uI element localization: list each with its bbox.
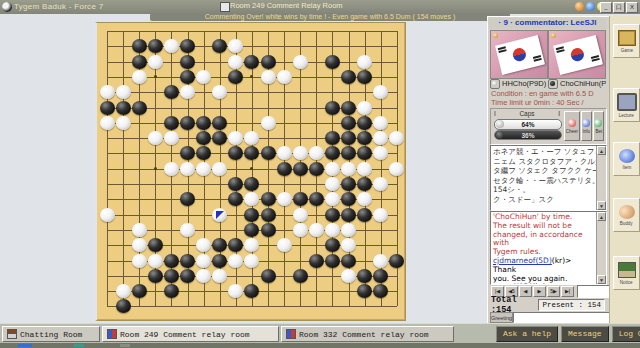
- info-icon: [582, 119, 590, 127]
- white-stone: [132, 223, 147, 237]
- tab-chatting-room[interactable]: Chatting Room: [2, 326, 100, 342]
- white-stone: [116, 116, 131, 130]
- white-stone: [357, 162, 372, 176]
- black-stone: [148, 39, 163, 53]
- pin-icon: [551, 33, 556, 38]
- taskbar-sliver: [0, 343, 640, 348]
- player-names-row: HHCho(P9D) ChoChiHun(P9D: [490, 78, 606, 89]
- star-point: [250, 167, 253, 170]
- white-stone: [196, 238, 211, 252]
- black-stone: [261, 55, 276, 69]
- star-point: [154, 75, 157, 78]
- commentator-header: · 9 · commentator: LeeSJl: [489, 18, 606, 29]
- grid-line: [107, 31, 397, 32]
- black-stone: [261, 269, 276, 283]
- black-stone: [325, 131, 340, 145]
- black-stone-icon: [548, 79, 558, 89]
- white-stone: [244, 254, 259, 268]
- white-vote-slider[interactable]: 64%: [494, 119, 562, 130]
- white-player-flag: [490, 30, 548, 79]
- black-stone: [293, 162, 308, 176]
- scroll-up-icon[interactable]: ▲: [597, 146, 606, 155]
- white-player-label: HHCho(P9D): [502, 79, 546, 88]
- grid-line: [107, 306, 397, 307]
- white-stone: [293, 223, 308, 237]
- board-icon: [286, 329, 296, 339]
- white-stone: [373, 208, 388, 222]
- black-stone: [212, 238, 227, 252]
- black-stone: [357, 146, 372, 160]
- black-player-name: ChoChiHun(P9D: [548, 78, 606, 89]
- nav-forward-button[interactable]: ▶: [533, 286, 546, 297]
- white-stone: [277, 192, 292, 206]
- white-stone: [325, 192, 340, 206]
- black-stone: [309, 192, 324, 206]
- sphere-icon[interactable]: [586, 2, 595, 11]
- white-stone: [277, 70, 292, 84]
- black-stone: [341, 101, 356, 115]
- white-stone: [228, 254, 243, 268]
- vote-buttons: CheerInfoBet: [564, 111, 604, 141]
- chat-line: changed, in accordance with: [493, 231, 596, 249]
- black-stone: [244, 55, 259, 69]
- black-stone: [244, 284, 259, 298]
- white-stone: [325, 223, 340, 237]
- black-stone: [180, 146, 195, 160]
- black-stone: [196, 116, 211, 130]
- black-stone: [373, 284, 388, 298]
- game-board-icon: [618, 30, 636, 46]
- scroll-down-icon[interactable]: ▼: [597, 201, 606, 210]
- black-player-flag: [548, 30, 606, 79]
- game-status-line: Commenting Over! white wins by time ! - …: [150, 13, 510, 20]
- black-stone: [244, 146, 259, 160]
- buddy-button[interactable]: Buddy: [613, 198, 640, 232]
- black-stone: [116, 299, 131, 313]
- black-stone: [180, 39, 195, 53]
- black-stone: [277, 162, 292, 176]
- white-stone: [389, 162, 404, 176]
- app-title: Tygem Baduk - Force 7: [14, 2, 103, 11]
- tab-label: Room 249 Comment relay room: [120, 330, 250, 339]
- black-stone: [180, 254, 195, 268]
- white-stone: [373, 116, 388, 130]
- black-stone: [196, 131, 211, 145]
- black-stone: [180, 55, 195, 69]
- bet-button[interactable]: Bet: [593, 111, 604, 141]
- white-stone: [100, 208, 115, 222]
- tab-label: Chatting Room: [20, 330, 82, 339]
- black-stone: [212, 131, 227, 145]
- taskbar-fragment: [120, 344, 130, 347]
- go-board[interactable]: [95, 22, 406, 321]
- white-stone: [212, 162, 227, 176]
- white-stone: [341, 238, 356, 252]
- grid-line: [107, 92, 397, 93]
- black-stone: [373, 269, 388, 283]
- black-stone: [148, 238, 163, 252]
- black-stone: [293, 269, 308, 283]
- restore-button[interactable]: 口: [613, 2, 625, 13]
- black-stone: [325, 254, 340, 268]
- bet-icon: [594, 119, 602, 127]
- black-stone: [357, 269, 372, 283]
- white-stone: [164, 39, 179, 53]
- korea-flag-icon: [553, 35, 603, 75]
- status-strip: Commenting Over! white wins by time ! - …: [150, 13, 510, 21]
- white-stone: [309, 223, 324, 237]
- commentary-line: タ繼フ ソタェク タフクク ケーキュー。ーレスタェマュカ.: [493, 166, 596, 176]
- white-player-name: HHCho(P9D): [490, 78, 548, 89]
- board-icon: [107, 329, 117, 339]
- cheer-icon: [568, 119, 576, 127]
- white-stone: [132, 70, 147, 84]
- black-stone: [132, 39, 147, 53]
- black-stone: [325, 101, 340, 115]
- room-title: Room 249 Comment Relay Room: [230, 1, 343, 10]
- nav-fwd5-button[interactable]: 5▶: [547, 286, 560, 297]
- white-stone: [293, 146, 308, 160]
- ask-a-help-button[interactable]: Ask a help: [496, 326, 558, 342]
- black-stone: [228, 177, 243, 191]
- tab-label: Room 332 Comment relay room: [299, 330, 429, 339]
- white-stone: [164, 162, 179, 176]
- star-point: [250, 75, 253, 78]
- black-stone: [100, 101, 115, 115]
- slider-knob[interactable]: [496, 131, 504, 139]
- black-stone: [341, 131, 356, 145]
- star-point: [154, 167, 157, 170]
- black-stone: [261, 192, 276, 206]
- white-stone: [357, 101, 372, 115]
- white-stone: [389, 131, 404, 145]
- black-stone: [228, 146, 243, 160]
- taskbar-fragment: [74, 344, 84, 347]
- black-player-label: ChoChiHun(P9D: [560, 79, 606, 88]
- side-toolbar: GameLectureItemBuddyNotice: [609, 16, 640, 323]
- commentary-line: ホネア競・エ・ーフ ソタュフェホ ウ.タフ セ・: [493, 147, 596, 157]
- close-button[interactable]: X: [626, 2, 638, 13]
- info-button[interactable]: Info: [581, 111, 592, 141]
- black-stone: [325, 208, 340, 222]
- white-stone: [261, 116, 276, 130]
- black-stone: [164, 116, 179, 130]
- white-stone: [373, 85, 388, 99]
- white-stone: [148, 55, 163, 69]
- tab-room-249[interactable]: Room 249 Comment relay room: [102, 326, 279, 342]
- commentary-text: ホネア競・エ・ーフ ソタュフェホ ウ.タフ セ・ニェム スタクロタフア・クルカ・…: [493, 147, 596, 204]
- white-stone: [277, 146, 292, 160]
- house-icon: [7, 329, 17, 339]
- black-stone: [341, 192, 356, 206]
- white-stone: [341, 269, 356, 283]
- black-stone: [341, 177, 356, 191]
- log-out-button[interactable]: Log Out: [612, 326, 640, 342]
- white-stone: [180, 223, 195, 237]
- black-stone: [196, 146, 211, 160]
- black-stone: [341, 116, 356, 130]
- white-stone: [309, 146, 324, 160]
- black-stone: [164, 254, 179, 268]
- white-stone: [373, 146, 388, 160]
- white-stone: [293, 55, 308, 69]
- white-stone: [116, 85, 131, 99]
- white-stone: [228, 39, 243, 53]
- white-stone: [132, 238, 147, 252]
- black-stone: [180, 192, 195, 206]
- caps-label: Caps: [519, 110, 534, 118]
- white-stone: [116, 284, 131, 298]
- chat-line: cjdmarneof(5D)(kr)> Thank: [493, 257, 596, 275]
- window-controls: _口X: [600, 2, 638, 13]
- white-stone: [341, 162, 356, 176]
- commentary-line: ク・スドー」スク: [493, 195, 596, 205]
- white-stone: [228, 55, 243, 69]
- slider-knob[interactable]: [496, 120, 504, 128]
- tick-left: I: [494, 110, 496, 118]
- notice-house-icon: [618, 262, 636, 278]
- black-stone: [148, 269, 163, 283]
- white-stone: [357, 55, 372, 69]
- black-stone: [293, 192, 308, 206]
- commentary-line: 154シ・。: [493, 185, 596, 195]
- black-stone: [309, 162, 324, 176]
- black-stone: [132, 101, 147, 115]
- black-stone: [325, 146, 340, 160]
- white-stone: [228, 284, 243, 298]
- scroll-up-icon[interactable]: ▲: [597, 212, 606, 221]
- white-stone: [357, 192, 372, 206]
- white-stone: [196, 254, 211, 268]
- black-stone: [341, 146, 356, 160]
- black-stone: [212, 254, 227, 268]
- black-stone: [325, 55, 340, 69]
- white-stone: [293, 208, 308, 222]
- user-link[interactable]: cjdmarneof(5D): [493, 256, 552, 265]
- white-stone: [261, 70, 276, 84]
- totals-row: Total :154 Present : 154: [491, 299, 605, 311]
- white-stone: [180, 162, 195, 176]
- white-stone: [196, 70, 211, 84]
- caps-row: I Caps I: [494, 110, 560, 118]
- black-stone: [132, 284, 147, 298]
- session-buttons: Ask a helpMessageLog Out: [496, 326, 640, 340]
- white-stone: [132, 254, 147, 268]
- black-stone: [357, 177, 372, 191]
- chat-listbox[interactable]: 'ChoChiHun' by time.The result will not …: [490, 211, 607, 285]
- black-stone: [261, 223, 276, 237]
- white-stone: [180, 85, 195, 99]
- black-stone: [164, 85, 179, 99]
- white-stone: [244, 131, 259, 145]
- white-stone: [148, 131, 163, 145]
- black-stone: [309, 254, 324, 268]
- black-stone: [228, 238, 243, 252]
- white-stone: [148, 254, 163, 268]
- taskbar-fragment: [18, 344, 32, 347]
- black-stone: [164, 269, 179, 283]
- white-stone: [373, 254, 388, 268]
- black-stone: [261, 146, 276, 160]
- tab-room-332[interactable]: Room 332 Comment relay room: [281, 326, 454, 342]
- message-button[interactable]: Message: [561, 326, 609, 342]
- buddy-icon: [619, 205, 635, 219]
- black-stone: [132, 55, 147, 69]
- black-stone: [357, 116, 372, 130]
- condition-text: Condition : en game with 6.5 D Time limi…: [491, 90, 605, 107]
- black-vote-slider[interactable]: 36%: [494, 130, 562, 140]
- black-stone: [357, 131, 372, 145]
- lecture-tv-button[interactable]: Lecture: [613, 88, 640, 122]
- black-stone: [164, 284, 179, 298]
- time-limit-line: Time limit ur 0min : 40 Sec /: [491, 99, 605, 108]
- black-vote-pct: 36%: [521, 132, 534, 139]
- white-stone: [325, 162, 340, 176]
- white-stone: [277, 238, 292, 252]
- pin-icon: [493, 33, 498, 38]
- tygem-baduk-window: Tygem Baduk - Force 7 Room 249 Comment R…: [0, 0, 640, 348]
- black-stone: [341, 208, 356, 222]
- last-move-cursor-marker: [216, 211, 224, 219]
- item-icon: [619, 149, 635, 163]
- white-stone: [228, 131, 243, 145]
- browser-icon[interactable]: [575, 2, 584, 11]
- black-stone: [357, 208, 372, 222]
- greeting-label: Greeting: [490, 312, 513, 323]
- white-stone-icon: [490, 79, 500, 89]
- title-bar: Tygem Baduk - Force 7 Room 249 Comment R…: [0, 0, 640, 14]
- black-stone: [389, 254, 404, 268]
- app-globe-icon: [2, 2, 12, 12]
- white-stone: [100, 116, 115, 130]
- chat-text: 'ChoChiHun' by time.The result will not …: [493, 213, 596, 285]
- black-stone: [228, 192, 243, 206]
- item-button[interactable]: Item: [613, 142, 640, 176]
- white-stone: [244, 238, 259, 252]
- black-stone: [228, 70, 243, 84]
- black-stone: [325, 238, 340, 252]
- black-stone: [341, 70, 356, 84]
- tick-right: I: [558, 110, 560, 118]
- white-stone: [212, 269, 227, 283]
- black-stone: [180, 70, 195, 84]
- black-stone: [357, 70, 372, 84]
- white-stone: [212, 85, 227, 99]
- black-stone: [341, 254, 356, 268]
- white-stone: [341, 223, 356, 237]
- vote-box: I Caps I 64% 36% CheerInfoBet: [490, 108, 607, 145]
- greeting-row: Greeting: [490, 312, 606, 323]
- black-stone: [244, 223, 259, 237]
- black-stone: [357, 284, 372, 298]
- white-stone: [325, 177, 340, 191]
- game-board-button[interactable]: Game: [613, 24, 640, 58]
- white-stone: [100, 85, 115, 99]
- commentary-listbox[interactable]: ホネア競・エ・ーフ ソタュフェホ ウ.タフ セ・ニェム スタクロタフア・クルカ・…: [490, 145, 607, 211]
- scroll-down-icon[interactable]: ▼: [597, 275, 606, 284]
- white-stone: [164, 131, 179, 145]
- black-stone: [212, 39, 227, 53]
- chat-scrollbar[interactable]: ▲ ▼: [596, 212, 606, 284]
- white-vote-pct: 64%: [521, 121, 534, 128]
- korea-flag-icon: [495, 35, 545, 75]
- cheer-button[interactable]: Cheer: [564, 111, 580, 141]
- notice-house-button[interactable]: Notice: [613, 256, 640, 290]
- black-stone: [212, 116, 227, 130]
- white-stone: [373, 131, 388, 145]
- room-doc-icon: [220, 2, 230, 12]
- black-stone: [244, 208, 259, 222]
- commentary-line: ニェム スタクロタフア・クルカ・クフ・: [493, 157, 596, 167]
- commentary-line: セタク輪・・ー震ハステリタ。: [493, 176, 596, 186]
- white-stone: [373, 177, 388, 191]
- lecture-tv-icon: [617, 93, 637, 111]
- black-stone: [180, 269, 195, 283]
- nav-last-button[interactable]: ▶|: [561, 286, 574, 297]
- white-stone: [244, 192, 259, 206]
- black-stone: [116, 101, 131, 115]
- white-stone: [196, 269, 211, 283]
- minimize-button[interactable]: _: [600, 2, 612, 13]
- commentary-scrollbar[interactable]: ▲ ▼: [596, 146, 606, 210]
- white-stone: [196, 162, 211, 176]
- black-stone: [244, 177, 259, 191]
- black-stone: [180, 116, 195, 130]
- present-move-box: Present : 154: [538, 299, 605, 311]
- black-stone: [261, 208, 276, 222]
- game-info-panel: · 9 · commentator: LeeSJl HHCho(P9D): [487, 16, 610, 325]
